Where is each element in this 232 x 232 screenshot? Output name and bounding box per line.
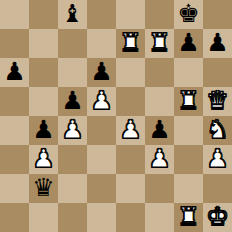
square-c7[interactable] bbox=[58, 29, 87, 58]
square-h2[interactable] bbox=[203, 174, 232, 203]
square-h4[interactable]: ♞ bbox=[203, 116, 232, 145]
square-a7[interactable] bbox=[0, 29, 29, 58]
piece-white-pawn[interactable]: ♟ bbox=[148, 145, 170, 173]
piece-white-knight[interactable]: ♞ bbox=[206, 116, 228, 144]
square-b1[interactable] bbox=[29, 203, 58, 232]
piece-white-king[interactable]: ♚ bbox=[206, 203, 228, 231]
piece-black-pawn[interactable]: ♟ bbox=[32, 116, 54, 144]
piece-black-queen[interactable]: ♛ bbox=[32, 174, 54, 202]
square-b2[interactable]: ♛ bbox=[29, 174, 58, 203]
square-g2[interactable] bbox=[174, 174, 203, 203]
square-e4[interactable]: ♟ bbox=[116, 116, 145, 145]
piece-black-pawn[interactable]: ♟ bbox=[90, 58, 112, 86]
piece-white-pawn[interactable]: ♟ bbox=[32, 145, 54, 173]
square-h5[interactable]: ♛ bbox=[203, 87, 232, 116]
square-g6[interactable] bbox=[174, 58, 203, 87]
square-d2[interactable] bbox=[87, 174, 116, 203]
square-g4[interactable] bbox=[174, 116, 203, 145]
square-c5[interactable]: ♟ bbox=[58, 87, 87, 116]
piece-black-pawn[interactable]: ♟ bbox=[148, 116, 170, 144]
square-f1[interactable] bbox=[145, 203, 174, 232]
square-h8[interactable] bbox=[203, 0, 232, 29]
square-h3[interactable]: ♟ bbox=[203, 145, 232, 174]
piece-white-rook[interactable]: ♜ bbox=[177, 203, 199, 231]
square-a5[interactable] bbox=[0, 87, 29, 116]
piece-white-rook[interactable]: ♜ bbox=[119, 29, 141, 57]
square-b3[interactable]: ♟ bbox=[29, 145, 58, 174]
square-c2[interactable] bbox=[58, 174, 87, 203]
square-h7[interactable]: ♟ bbox=[203, 29, 232, 58]
square-d3[interactable] bbox=[87, 145, 116, 174]
square-d1[interactable] bbox=[87, 203, 116, 232]
square-h1[interactable]: ♚ bbox=[203, 203, 232, 232]
square-g5[interactable]: ♜ bbox=[174, 87, 203, 116]
piece-white-pawn[interactable]: ♟ bbox=[90, 87, 112, 115]
square-c3[interactable] bbox=[58, 145, 87, 174]
square-d8[interactable] bbox=[87, 0, 116, 29]
piece-white-rook[interactable]: ♜ bbox=[177, 87, 199, 115]
square-b4[interactable]: ♟ bbox=[29, 116, 58, 145]
piece-black-pawn[interactable]: ♟ bbox=[177, 29, 199, 57]
piece-white-queen[interactable]: ♛ bbox=[206, 87, 228, 115]
square-a1[interactable] bbox=[0, 203, 29, 232]
square-e8[interactable] bbox=[116, 0, 145, 29]
square-f6[interactable] bbox=[145, 58, 174, 87]
square-c8[interactable]: ♝ bbox=[58, 0, 87, 29]
square-b6[interactable] bbox=[29, 58, 58, 87]
piece-black-pawn[interactable]: ♟ bbox=[61, 87, 83, 115]
piece-white-pawn[interactable]: ♟ bbox=[119, 116, 141, 144]
piece-black-pawn[interactable]: ♟ bbox=[206, 29, 228, 57]
square-f4[interactable]: ♟ bbox=[145, 116, 174, 145]
piece-white-pawn[interactable]: ♟ bbox=[61, 116, 83, 144]
square-g7[interactable]: ♟ bbox=[174, 29, 203, 58]
square-d4[interactable] bbox=[87, 116, 116, 145]
piece-white-rook[interactable]: ♜ bbox=[148, 29, 170, 57]
square-a6[interactable]: ♟ bbox=[0, 58, 29, 87]
square-a4[interactable] bbox=[0, 116, 29, 145]
square-g1[interactable]: ♜ bbox=[174, 203, 203, 232]
square-d7[interactable] bbox=[87, 29, 116, 58]
piece-black-pawn[interactable]: ♟ bbox=[3, 58, 25, 86]
square-c4[interactable]: ♟ bbox=[58, 116, 87, 145]
square-e1[interactable] bbox=[116, 203, 145, 232]
square-a2[interactable] bbox=[0, 174, 29, 203]
square-d5[interactable]: ♟ bbox=[87, 87, 116, 116]
square-e6[interactable] bbox=[116, 58, 145, 87]
piece-black-bishop[interactable]: ♝ bbox=[61, 0, 83, 28]
square-g8[interactable]: ♚ bbox=[174, 0, 203, 29]
square-h6[interactable] bbox=[203, 58, 232, 87]
square-e5[interactable] bbox=[116, 87, 145, 116]
square-g3[interactable] bbox=[174, 145, 203, 174]
square-f2[interactable] bbox=[145, 174, 174, 203]
square-c6[interactable] bbox=[58, 58, 87, 87]
square-a3[interactable] bbox=[0, 145, 29, 174]
square-d6[interactable]: ♟ bbox=[87, 58, 116, 87]
square-f5[interactable] bbox=[145, 87, 174, 116]
square-e7[interactable]: ♜ bbox=[116, 29, 145, 58]
square-b7[interactable] bbox=[29, 29, 58, 58]
square-b8[interactable] bbox=[29, 0, 58, 29]
piece-black-king[interactable]: ♚ bbox=[177, 0, 199, 28]
square-f8[interactable] bbox=[145, 0, 174, 29]
square-c1[interactable] bbox=[58, 203, 87, 232]
square-f3[interactable]: ♟ bbox=[145, 145, 174, 174]
square-f7[interactable]: ♜ bbox=[145, 29, 174, 58]
square-b5[interactable] bbox=[29, 87, 58, 116]
piece-white-pawn[interactable]: ♟ bbox=[206, 145, 228, 173]
square-e3[interactable] bbox=[116, 145, 145, 174]
chess-board: ♝♚♜♜♟♟♟♟♟♟♜♛♟♟♟♟♞♟♟♟♛♜♚ bbox=[0, 0, 232, 232]
square-e2[interactable] bbox=[116, 174, 145, 203]
square-a8[interactable] bbox=[0, 0, 29, 29]
